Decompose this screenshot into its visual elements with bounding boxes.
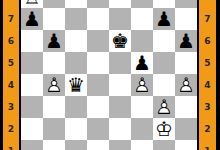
white-pawn[interactable]: ♟♙: [153, 96, 175, 118]
square-h6[interactable]: ♟: [175, 30, 197, 52]
square-b5[interactable]: [43, 52, 65, 74]
white-pawn[interactable]: ♟♙: [43, 74, 65, 96]
rank-label-7-left: 7: [3, 8, 19, 30]
white-pawn[interactable]: ♟♙: [131, 74, 153, 96]
square-a2[interactable]: [21, 118, 43, 140]
square-b1[interactable]: [43, 140, 65, 150]
square-g3[interactable]: ♟♙: [153, 96, 175, 118]
square-e8[interactable]: [109, 0, 131, 8]
square-c7[interactable]: [65, 8, 87, 30]
square-a1[interactable]: [21, 140, 43, 150]
square-f8[interactable]: [131, 0, 153, 8]
rank-label-1-left: 1: [3, 140, 19, 150]
square-c1[interactable]: [65, 140, 87, 150]
square-c8[interactable]: [65, 0, 87, 8]
black-pawn[interactable]: ♟: [133, 53, 151, 73]
square-d5[interactable]: [87, 52, 109, 74]
square-d3[interactable]: [87, 96, 109, 118]
square-f2[interactable]: [131, 118, 153, 140]
square-g7[interactable]: ♟: [153, 8, 175, 30]
black-king[interactable]: ♚: [111, 31, 129, 51]
square-e4[interactable]: [109, 74, 131, 96]
square-b6[interactable]: ♟: [43, 30, 65, 52]
square-f5[interactable]: ♟: [131, 52, 153, 74]
square-g4[interactable]: [153, 74, 175, 96]
square-a6[interactable]: [21, 30, 43, 52]
square-h1[interactable]: [175, 140, 197, 150]
square-a3[interactable]: [21, 96, 43, 118]
square-c3[interactable]: [65, 96, 87, 118]
rank-label-6-left: 6: [3, 30, 19, 52]
rank-label-5-left: 5: [3, 52, 19, 74]
square-h5[interactable]: [175, 52, 197, 74]
white-pawn-outline: ♙: [43, 74, 65, 96]
square-b3[interactable]: [43, 96, 65, 118]
square-d7[interactable]: [87, 8, 109, 30]
left-rank-border: 87654321: [0, 0, 21, 150]
black-pawn[interactable]: ♟: [177, 31, 195, 51]
square-e1[interactable]: [109, 140, 131, 150]
square-c2[interactable]: [65, 118, 87, 140]
square-d1[interactable]: [87, 140, 109, 150]
rank-label-3-left: 3: [3, 96, 19, 118]
square-c6[interactable]: [65, 30, 87, 52]
rank-label-4-left: 4: [3, 74, 19, 96]
square-a4[interactable]: [21, 74, 43, 96]
square-b8[interactable]: [43, 0, 65, 8]
rank-label-1-right: 1: [199, 140, 216, 150]
square-h4[interactable]: ♟♙: [175, 74, 197, 96]
square-g6[interactable]: [153, 30, 175, 52]
square-c5[interactable]: [65, 52, 87, 74]
black-pawn[interactable]: ♟: [45, 31, 63, 51]
square-a7[interactable]: ♟: [21, 8, 43, 30]
square-g1[interactable]: [153, 140, 175, 150]
square-e5[interactable]: [109, 52, 131, 74]
white-pawn-outline: ♙: [175, 74, 197, 96]
square-b2[interactable]: [43, 118, 65, 140]
square-b7[interactable]: [43, 8, 65, 30]
white-king[interactable]: ♚♔: [153, 118, 175, 140]
black-queen[interactable]: ♛: [67, 75, 85, 95]
square-d2[interactable]: [87, 118, 109, 140]
rank-label-2-left: 2: [3, 118, 19, 140]
square-e6[interactable]: ♚: [109, 30, 131, 52]
square-f1[interactable]: [131, 140, 153, 150]
square-d8[interactable]: [87, 0, 109, 8]
rank-label-6-right: 6: [199, 30, 216, 52]
square-f7[interactable]: [131, 8, 153, 30]
square-f3[interactable]: [131, 96, 153, 118]
square-b4[interactable]: ♟♙: [43, 74, 65, 96]
rank-label-5-right: 5: [199, 52, 216, 74]
white-pawn-outline: ♙: [153, 96, 175, 118]
rank-label-3-right: 3: [199, 96, 216, 118]
chess-diagram: ♜♖♟♟♟♚♟♟♟♙♛♟♙♟♙♟♙♚♔ 87654321 87654321: [0, 0, 220, 150]
right-rank-border: 87654321: [197, 0, 220, 150]
black-pawn[interactable]: ♟: [23, 9, 41, 29]
square-e2[interactable]: [109, 118, 131, 140]
square-g5[interactable]: [153, 52, 175, 74]
square-d4[interactable]: [87, 74, 109, 96]
black-pawn[interactable]: ♟: [155, 9, 173, 29]
square-h7[interactable]: [175, 8, 197, 30]
white-pawn-outline: ♙: [131, 74, 153, 96]
square-a5[interactable]: [21, 52, 43, 74]
rank-label-2-right: 2: [199, 118, 216, 140]
white-pawn[interactable]: ♟♙: [175, 74, 197, 96]
square-e3[interactable]: [109, 96, 131, 118]
square-f6[interactable]: [131, 30, 153, 52]
rank-label-8-left: 8: [3, 0, 19, 8]
square-d6[interactable]: [87, 30, 109, 52]
square-g2[interactable]: ♚♔: [153, 118, 175, 140]
square-c4[interactable]: ♛: [65, 74, 87, 96]
rank-label-8-right: 8: [199, 0, 216, 8]
square-e7[interactable]: [109, 8, 131, 30]
square-h2[interactable]: [175, 118, 197, 140]
square-h8[interactable]: [175, 0, 197, 8]
chess-board: ♜♖♟♟♟♚♟♟♟♙♛♟♙♟♙♟♙♚♔: [21, 0, 197, 150]
white-king-outline: ♔: [153, 118, 175, 140]
square-f4[interactable]: ♟♙: [131, 74, 153, 96]
square-h3[interactable]: [175, 96, 197, 118]
rank-label-7-right: 7: [199, 8, 216, 30]
rank-label-4-right: 4: [199, 74, 216, 96]
